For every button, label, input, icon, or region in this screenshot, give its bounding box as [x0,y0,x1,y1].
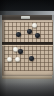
grid-vline [36,22,37,71]
grid-hline [4,50,53,51]
black-stone [27,29,32,34]
grid-vline [40,22,41,71]
grid-vline [48,22,49,71]
board-fold-highlight [2,45,53,46]
board-photo [0,0,54,96]
black-stone [16,32,21,37]
black-stone [29,56,34,61]
grid-hline [4,70,53,71]
white-stone [32,23,37,28]
grid-vline [32,22,33,71]
grid-hline [4,62,53,63]
go-board [2,20,53,75]
board-brand-label [21,16,30,19]
white-stone [7,57,12,62]
grid-hline [4,54,53,55]
grid-hline [4,66,53,67]
board-front-edge [2,75,53,79]
white-stone [15,57,20,62]
black-stone [35,33,40,38]
grid-vline [52,22,53,71]
black-stone [18,49,23,54]
grid-vline [44,22,45,71]
